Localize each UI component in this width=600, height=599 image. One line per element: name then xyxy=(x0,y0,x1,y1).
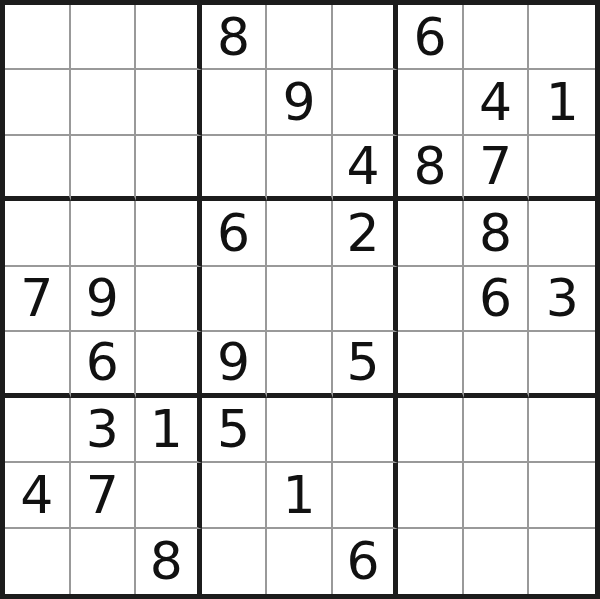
cell-r8c2-given: 7 xyxy=(71,463,137,528)
cell-r1c7-given: 6 xyxy=(398,5,464,70)
cell-r6c4-given: 9 xyxy=(202,332,268,397)
cell-r2c4-empty[interactable] xyxy=(202,70,268,135)
cell-r7c2-given: 3 xyxy=(71,398,137,463)
cell-r8c3-empty[interactable] xyxy=(136,463,202,528)
cell-r3c6-given: 4 xyxy=(333,136,399,201)
cell-r7c1-empty[interactable] xyxy=(5,398,71,463)
cell-r7c5-empty[interactable] xyxy=(267,398,333,463)
cell-r3c3-empty[interactable] xyxy=(136,136,202,201)
cell-r3c5-empty[interactable] xyxy=(267,136,333,201)
cell-r4c9-empty[interactable] xyxy=(529,201,595,266)
cell-r1c3-empty[interactable] xyxy=(136,5,202,70)
cell-r5c5-empty[interactable] xyxy=(267,267,333,332)
cell-r5c6-empty[interactable] xyxy=(333,267,399,332)
cell-r4c5-empty[interactable] xyxy=(267,201,333,266)
cell-r5c4-empty[interactable] xyxy=(202,267,268,332)
cell-r1c5-empty[interactable] xyxy=(267,5,333,70)
cell-r8c4-empty[interactable] xyxy=(202,463,268,528)
cell-r1c8-empty[interactable] xyxy=(464,5,530,70)
cell-r3c4-empty[interactable] xyxy=(202,136,268,201)
cell-r8c6-empty[interactable] xyxy=(333,463,399,528)
cell-r5c1-given: 7 xyxy=(5,267,71,332)
cell-r6c6-given: 5 xyxy=(333,332,399,397)
cell-r2c3-empty[interactable] xyxy=(136,70,202,135)
cell-r4c3-empty[interactable] xyxy=(136,201,202,266)
cell-r3c9-empty[interactable] xyxy=(529,136,595,201)
cell-r6c2-given: 6 xyxy=(71,332,137,397)
cell-r5c2-given: 9 xyxy=(71,267,137,332)
cell-r9c3-given: 8 xyxy=(136,529,202,594)
cell-r7c3-given: 1 xyxy=(136,398,202,463)
cell-r1c1-empty[interactable] xyxy=(5,5,71,70)
cell-r8c5-given: 1 xyxy=(267,463,333,528)
cell-r9c2-empty[interactable] xyxy=(71,529,137,594)
cell-r8c8-empty[interactable] xyxy=(464,463,530,528)
cell-r2c5-given: 9 xyxy=(267,70,333,135)
cell-r4c6-given: 2 xyxy=(333,201,399,266)
cell-r5c8-given: 6 xyxy=(464,267,530,332)
cell-r9c5-empty[interactable] xyxy=(267,529,333,594)
cell-r6c5-empty[interactable] xyxy=(267,332,333,397)
cell-r5c3-empty[interactable] xyxy=(136,267,202,332)
cell-r4c1-empty[interactable] xyxy=(5,201,71,266)
sudoku-board: 86941487628796369531547186 xyxy=(0,0,600,599)
cell-r4c8-given: 8 xyxy=(464,201,530,266)
cell-r2c2-empty[interactable] xyxy=(71,70,137,135)
cell-r7c7-empty[interactable] xyxy=(398,398,464,463)
cell-r2c9-given: 1 xyxy=(529,70,595,135)
cell-r3c7-given: 8 xyxy=(398,136,464,201)
cell-r2c6-empty[interactable] xyxy=(333,70,399,135)
cell-r1c4-given: 8 xyxy=(202,5,268,70)
cell-r5c7-empty[interactable] xyxy=(398,267,464,332)
cell-r6c8-empty[interactable] xyxy=(464,332,530,397)
cell-r3c2-empty[interactable] xyxy=(71,136,137,201)
cell-r3c8-given: 7 xyxy=(464,136,530,201)
cell-r3c1-empty[interactable] xyxy=(5,136,71,201)
cell-r8c9-empty[interactable] xyxy=(529,463,595,528)
cell-r4c7-empty[interactable] xyxy=(398,201,464,266)
cell-r7c6-empty[interactable] xyxy=(333,398,399,463)
cell-r9c4-empty[interactable] xyxy=(202,529,268,594)
cell-r6c3-empty[interactable] xyxy=(136,332,202,397)
cell-r2c8-given: 4 xyxy=(464,70,530,135)
cell-r9c1-empty[interactable] xyxy=(5,529,71,594)
cell-r6c1-empty[interactable] xyxy=(5,332,71,397)
cell-r2c7-empty[interactable] xyxy=(398,70,464,135)
cell-r7c4-given: 5 xyxy=(202,398,268,463)
cell-r1c6-empty[interactable] xyxy=(333,5,399,70)
cell-r1c9-empty[interactable] xyxy=(529,5,595,70)
cell-r6c7-empty[interactable] xyxy=(398,332,464,397)
cell-r4c2-empty[interactable] xyxy=(71,201,137,266)
cell-r2c1-empty[interactable] xyxy=(5,70,71,135)
cell-r9c8-empty[interactable] xyxy=(464,529,530,594)
cell-r7c8-empty[interactable] xyxy=(464,398,530,463)
cell-r9c9-empty[interactable] xyxy=(529,529,595,594)
cell-r8c1-given: 4 xyxy=(5,463,71,528)
cell-r9c6-given: 6 xyxy=(333,529,399,594)
cell-r9c7-empty[interactable] xyxy=(398,529,464,594)
cell-r4c4-given: 6 xyxy=(202,201,268,266)
cell-r1c2-empty[interactable] xyxy=(71,5,137,70)
cell-r8c7-empty[interactable] xyxy=(398,463,464,528)
cell-r5c9-given: 3 xyxy=(529,267,595,332)
cell-r7c9-empty[interactable] xyxy=(529,398,595,463)
cell-r6c9-empty[interactable] xyxy=(529,332,595,397)
